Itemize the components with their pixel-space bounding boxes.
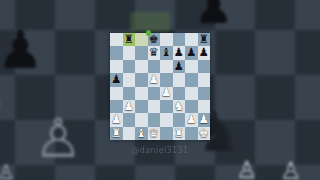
- background-square: [135, 165, 175, 180]
- piece-white-king-h1[interactable]: ♚: [199, 127, 209, 139]
- square-g4[interactable]: [185, 87, 198, 100]
- chess-board[interactable]: ♜♚♜♛♝♟♟♟♟♟♟♟♟♞♟♟♟♜♝♛♜♚: [110, 33, 210, 140]
- square-c1[interactable]: ♝: [135, 127, 148, 140]
- piece-black-rook-b8[interactable]: ♜: [124, 33, 134, 45]
- background-square: [55, 0, 95, 30]
- piece-white-pawn-a2[interactable]: ♟: [111, 114, 121, 126]
- square-b3[interactable]: ♟: [123, 100, 136, 113]
- square-g2[interactable]: ♟: [185, 113, 198, 126]
- square-f5[interactable]: [173, 73, 186, 86]
- blurred-white-pawn-bottom-left: ♙: [0, 162, 15, 180]
- square-b8[interactable]: ♜: [123, 33, 136, 46]
- blurred-white-pawn-bottom-1: ♙: [236, 158, 258, 180]
- square-f1[interactable]: ♜: [173, 127, 186, 140]
- square-h4[interactable]: [198, 87, 211, 100]
- square-e2[interactable]: [160, 113, 173, 126]
- square-b5[interactable]: [123, 73, 136, 86]
- square-c3[interactable]: [135, 100, 148, 113]
- piece-white-pawn-g2[interactable]: ♟: [186, 114, 196, 126]
- square-a8[interactable]: [110, 33, 123, 46]
- piece-white-bishop-c1[interactable]: ♝: [136, 127, 146, 139]
- background-square: [255, 75, 295, 120]
- square-g7[interactable]: ♟: [185, 46, 198, 59]
- piece-white-queen-d1[interactable]: ♛: [149, 127, 159, 139]
- piece-black-pawn-f6[interactable]: ♟: [174, 60, 184, 72]
- square-d1[interactable]: ♛: [148, 127, 161, 140]
- background-square: [55, 30, 95, 75]
- piece-white-knight-f3[interactable]: ♞: [174, 100, 184, 112]
- square-a1[interactable]: ♜: [110, 127, 123, 140]
- piece-white-rook-a1[interactable]: ♜: [111, 127, 121, 139]
- piece-white-rook-f1[interactable]: ♜: [174, 127, 184, 139]
- square-a7[interactable]: [110, 46, 123, 59]
- square-b6[interactable]: [123, 60, 136, 73]
- background-square: [95, 0, 135, 30]
- square-d5[interactable]: ♟: [148, 73, 161, 86]
- blurred-white-pawn-bottom-2: ♙: [280, 159, 302, 180]
- background-square: [255, 30, 295, 75]
- piece-white-pawn-d5[interactable]: ♟: [149, 74, 159, 86]
- background-square: [0, 120, 15, 165]
- piece-white-pawn-b3[interactable]: ♟: [124, 100, 134, 112]
- square-b1[interactable]: [123, 127, 136, 140]
- background-square: [215, 30, 255, 75]
- piece-white-pawn-h2[interactable]: ♟: [199, 114, 209, 126]
- square-h6[interactable]: [198, 60, 211, 73]
- background-square: [175, 165, 215, 180]
- move-annotation-dot: [146, 30, 151, 36]
- piece-black-rook-h8[interactable]: ♜: [199, 33, 209, 45]
- square-d4[interactable]: [148, 87, 161, 100]
- square-g1[interactable]: [185, 127, 198, 140]
- square-e3[interactable]: [160, 100, 173, 113]
- square-c5[interactable]: [135, 73, 148, 86]
- square-h7[interactable]: ♟: [198, 46, 211, 59]
- square-b7[interactable]: [123, 46, 136, 59]
- watermark: @daniel3131: [0, 146, 320, 155]
- square-a4[interactable]: [110, 87, 123, 100]
- background-square: [95, 165, 135, 180]
- piece-black-pawn-a5[interactable]: ♟: [111, 74, 121, 86]
- square-c8[interactable]: [135, 33, 148, 46]
- square-c4[interactable]: [135, 87, 148, 100]
- background-square: [295, 75, 320, 120]
- background-square: [295, 0, 320, 30]
- background-coordinate: 3: [0, 100, 1, 109]
- square-e7[interactable]: ♝: [160, 46, 173, 59]
- square-e6[interactable]: [160, 60, 173, 73]
- blurred-black-pawn-top-right: ♟: [194, 0, 233, 30]
- background-square: [295, 30, 320, 75]
- square-a5[interactable]: ♟: [110, 73, 123, 86]
- square-c7[interactable]: [135, 46, 148, 59]
- blurred-gray-pawn-bottom-left: ♙: [34, 112, 82, 166]
- piece-black-pawn-f7[interactable]: ♟: [174, 47, 184, 59]
- square-c6[interactable]: [135, 60, 148, 73]
- square-e4[interactable]: ♟: [160, 87, 173, 100]
- square-g5[interactable]: [185, 73, 198, 86]
- square-d7[interactable]: ♛: [148, 46, 161, 59]
- blurred-black-pawn-left: ♟: [0, 24, 44, 76]
- piece-black-queen-d7[interactable]: ♛: [149, 47, 159, 59]
- square-b2[interactable]: [123, 113, 136, 126]
- piece-black-pawn-g7[interactable]: ♟: [186, 47, 196, 59]
- square-h1[interactable]: ♚: [198, 127, 211, 140]
- background-square: [0, 75, 15, 120]
- piece-black-bishop-e7[interactable]: ♝: [161, 47, 171, 59]
- square-f6[interactable]: ♟: [173, 60, 186, 73]
- square-d3[interactable]: [148, 100, 161, 113]
- piece-white-pawn-e4[interactable]: ♟: [161, 87, 171, 99]
- square-h5[interactable]: [198, 73, 211, 86]
- background-square: [255, 0, 295, 30]
- background-highlight-glow: [130, 12, 170, 32]
- square-e1[interactable]: [160, 127, 173, 140]
- piece-black-pawn-h7[interactable]: ♟: [199, 47, 209, 59]
- square-f3[interactable]: ♞: [173, 100, 186, 113]
- square-g6[interactable]: [185, 60, 198, 73]
